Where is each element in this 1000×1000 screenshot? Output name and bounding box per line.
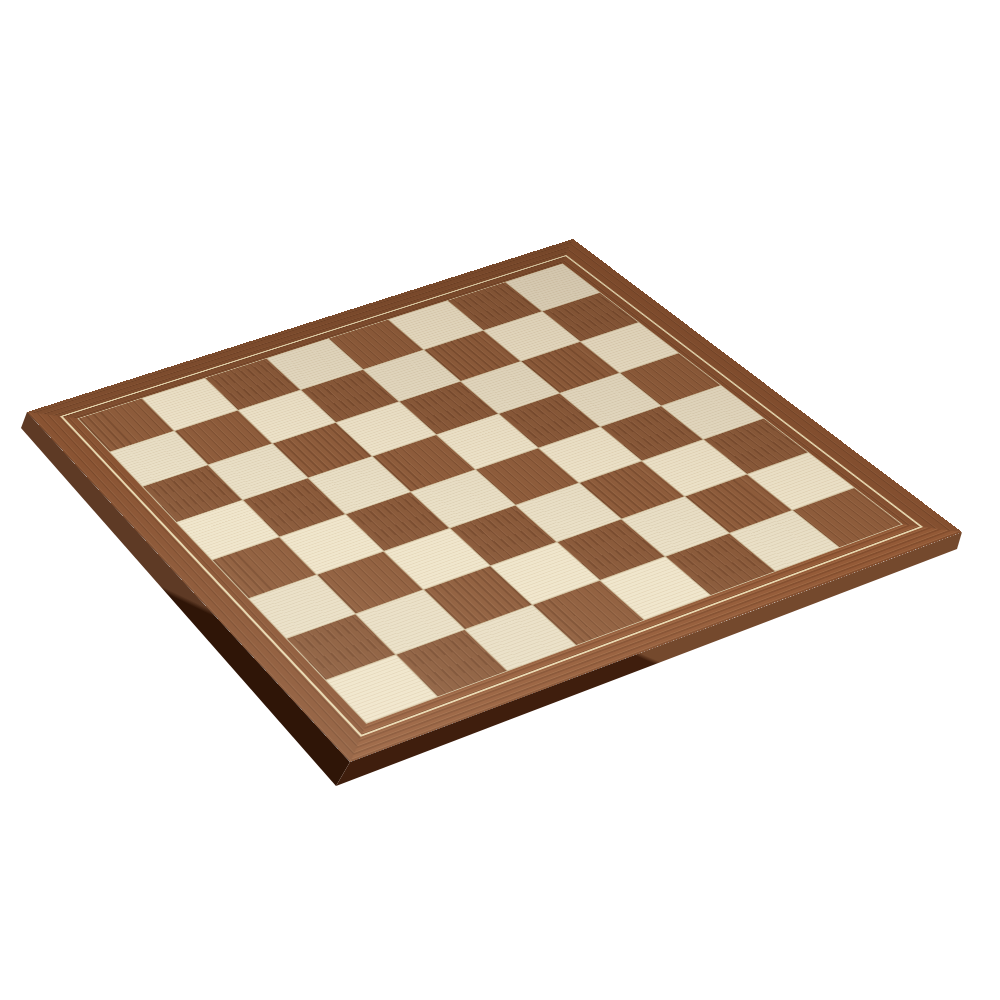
product-photo-background bbox=[0, 0, 1000, 1000]
